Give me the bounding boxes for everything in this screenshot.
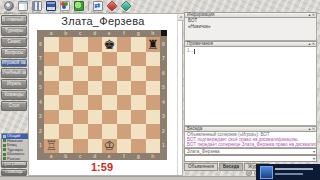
collapse-close-icons[interactable]: ▴ ✕ — [309, 42, 315, 47]
toolbar-button-label: Окно — [18, 11, 27, 14]
coord-label: 2 — [160, 124, 167, 139]
teal-gem-icon — [120, 0, 131, 11]
coord-label: 2 — [37, 124, 44, 139]
square-c1[interactable] — [73, 139, 88, 154]
board-grid[interactable]: ♚♜♖♔ — [44, 37, 160, 153]
coord-label: h — [146, 30, 161, 37]
square-b8[interactable] — [59, 37, 74, 52]
columns-icon — [32, 1, 42, 11]
rank-labels-right: 87654321 — [160, 37, 167, 153]
coord-label: 5 — [160, 81, 167, 96]
room-icon — [3, 139, 6, 142]
square-c7[interactable] — [73, 52, 88, 67]
square-c8[interactable] — [73, 37, 88, 52]
square-b4[interactable] — [59, 95, 74, 110]
knight-icon — [74, 1, 84, 11]
sidebar-footer-Помощь[interactable]: Помощь — [1, 169, 27, 176]
chat-message-input[interactable]: ▾ — [184, 155, 317, 162]
square-e3[interactable] — [102, 110, 117, 125]
coord-label: 3 — [37, 110, 44, 125]
square-h1[interactable] — [146, 139, 161, 154]
square-f6[interactable] — [117, 66, 132, 81]
coord-label: d — [88, 30, 103, 37]
coord-label: 5 — [37, 81, 44, 96]
collapse-close-icons[interactable]: ▴ ✕ — [309, 13, 315, 18]
square-b3[interactable] — [59, 110, 74, 125]
coord-label: e — [102, 30, 117, 37]
coord-label: 3 — [160, 110, 167, 125]
square-g6[interactable] — [131, 66, 146, 81]
overlay-text-line — [275, 168, 313, 170]
collapse-close-icons[interactable]: ▴ ✕ — [309, 127, 315, 132]
square-h2[interactable] — [146, 124, 161, 139]
square-g1[interactable] — [131, 139, 146, 154]
palette-icon — [60, 1, 70, 11]
square-d8[interactable] — [88, 37, 103, 52]
square-h6[interactable] — [146, 66, 161, 81]
status-icon-a[interactable]: a — [246, 170, 252, 176]
coord-label: g — [131, 30, 146, 37]
square-e5[interactable] — [102, 81, 117, 96]
globe-icon — [4, 1, 14, 11]
square-d5[interactable] — [88, 81, 103, 96]
play-panel: Злата_Ферзева abcdefgh abcdefgh 87654321… — [28, 13, 183, 176]
room-icon — [3, 157, 6, 160]
notes-text: 1... — [187, 48, 193, 53]
room-icon — [3, 135, 6, 138]
square-a7[interactable] — [44, 52, 59, 67]
square-h3[interactable] — [146, 110, 161, 125]
square-d2[interactable] — [88, 124, 103, 139]
square-f2[interactable] — [117, 124, 132, 139]
square-a3[interactable] — [44, 110, 59, 125]
toolbar-button[interactable]: Инет — [2, 1, 15, 14]
square-f8[interactable] — [117, 37, 132, 52]
square-h4[interactable] — [146, 95, 161, 110]
square-e2[interactable] — [102, 124, 117, 139]
square-e7[interactable] — [102, 52, 117, 67]
video-endscreen-overlay[interactable] — [256, 164, 320, 180]
square-g4[interactable] — [131, 95, 146, 110]
sidebar-item-Сеанс[interactable]: Сеанс — [1, 37, 27, 47]
square-f7[interactable] — [117, 52, 132, 67]
square-d4[interactable] — [88, 95, 103, 110]
tab-Объявления[interactable]: Объявления — [184, 163, 218, 171]
transfer-icon: ⇄ — [93, 1, 103, 11]
square-d7[interactable] — [88, 52, 103, 67]
square-b2[interactable] — [59, 124, 74, 139]
square-f5[interactable] — [117, 81, 132, 96]
square-f4[interactable] — [117, 95, 132, 110]
sidebar-item-В главный зал[interactable]: В главный зал — [1, 15, 27, 25]
coord-label: f — [117, 153, 132, 160]
coord-label: a — [44, 30, 59, 37]
square-a8[interactable] — [44, 37, 59, 52]
sidebar-item-Играть[interactable]: Играть — [1, 79, 27, 89]
white-rook[interactable]: ♖ — [45, 139, 57, 152]
rank-labels-left: 87654321 — [37, 37, 44, 153]
coord-label: b — [59, 153, 74, 160]
sidebar-item-Игровой зал[interactable]: Игровой зал — [1, 59, 27, 67]
coord-label: 8 — [37, 37, 44, 52]
chevron-down-icon[interactable]: ▾ — [313, 156, 315, 161]
sidebar-item-Турниры[interactable]: Турниры — [1, 26, 27, 36]
file-labels-bottom: abcdefgh — [44, 153, 160, 160]
coord-label: h — [146, 153, 161, 160]
square-f3[interactable] — [117, 110, 132, 125]
monitor-icon — [260, 166, 273, 179]
coord-label: 4 — [37, 95, 44, 110]
sidebar-buttons: В главный залТурнирыСеансВопросыИгровой … — [1, 15, 27, 112]
square-a2[interactable] — [44, 124, 59, 139]
coord-label: f — [117, 30, 132, 37]
square-f1[interactable] — [117, 139, 132, 154]
coord-label: b — [59, 30, 74, 37]
square-d3[interactable] — [88, 110, 103, 125]
square-c5[interactable] — [73, 81, 88, 96]
coord-label: 6 — [160, 66, 167, 81]
white-king[interactable]: ♔ — [103, 139, 115, 152]
square-g3[interactable] — [131, 110, 146, 125]
room-icon — [3, 148, 6, 151]
square-a6[interactable] — [44, 66, 59, 81]
square-d1[interactable] — [88, 139, 103, 154]
sidebar-item-Команды[interactable]: Команды — [1, 90, 27, 100]
black-rook[interactable]: ♜ — [147, 38, 159, 51]
save-icon — [46, 1, 56, 11]
square-b7[interactable] — [59, 52, 74, 67]
coord-label: c — [73, 153, 88, 160]
coord-label: d — [88, 153, 103, 160]
square-g2[interactable] — [131, 124, 146, 139]
square-c6[interactable] — [73, 66, 88, 81]
chat-recipient-input[interactable]: Злата_Ферзева ▾ — [184, 148, 317, 155]
square-h7[interactable] — [146, 52, 161, 67]
toolbar-button-label: Инет — [4, 11, 13, 14]
coord-label: 4 — [160, 95, 167, 110]
coord-label: 1 — [160, 139, 167, 154]
toolbar-separator — [88, 1, 89, 11]
coord-label: 1 — [37, 139, 44, 154]
room-list: ОбщийНовичкиБлицТурнирыШахматыРазное — [1, 133, 29, 162]
sidebar-item-Стол[interactable]: Стол — [1, 101, 27, 111]
chess-board[interactable]: abcdefgh abcdefgh 87654321 87654321 ♚♜♖♔ — [37, 30, 167, 160]
info-line-2: «Новичок» — [185, 24, 316, 30]
square-e4[interactable] — [102, 95, 117, 110]
square-g7[interactable] — [131, 52, 146, 67]
square-h8[interactable]: ♜ — [146, 37, 161, 52]
coord-label: 8 — [160, 37, 167, 52]
square-b1[interactable] — [59, 139, 74, 154]
notes-panel-title: Примечания — [187, 41, 213, 46]
coord-label: 7 — [160, 52, 167, 67]
square-g5[interactable] — [131, 81, 146, 96]
chat-message: БОТ передаёт сопернице Злата_Ферзева пра… — [185, 142, 316, 147]
room-icon — [3, 144, 6, 147]
red-gem-icon — [106, 0, 117, 11]
chess-app-window: ИнетОкноБазаЗап.ЦветДвиж.⇄ОбменСтильФон … — [0, 0, 320, 180]
sidebar-footer-Программы[interactable]: Программы — [1, 161, 27, 168]
clock: 1:59 — [37, 161, 167, 173]
coord-label: 6 — [37, 66, 44, 81]
opponent-name: Злата_Ферзева — [33, 15, 173, 27]
panel-divider — [177, 14, 178, 175]
square-e6[interactable] — [102, 66, 117, 81]
file-labels-top: abcdefgh — [44, 30, 160, 37]
tab-Беседа[interactable]: Беседа — [219, 163, 243, 171]
room-icon — [3, 153, 6, 156]
chat-messages: Объявленный соперник («Игрок»): БОТБОТ п… — [184, 132, 317, 148]
square-a1[interactable]: ♖ — [44, 139, 59, 154]
square-b6[interactable] — [59, 66, 74, 81]
square-e8[interactable]: ♚ — [102, 37, 117, 52]
square-a4[interactable] — [44, 95, 59, 110]
square-g8[interactable] — [131, 37, 146, 52]
coord-label: c — [73, 30, 88, 37]
chevron-down-icon[interactable]: ▾ — [313, 149, 315, 154]
square-c4[interactable] — [73, 95, 88, 110]
info-panel-title: Информация — [187, 12, 215, 17]
info-panel-body: БОТ «Новичок» — [184, 18, 317, 41]
square-h5[interactable] — [146, 81, 161, 96]
square-c2[interactable] — [73, 124, 88, 139]
overlay-text-line — [275, 173, 303, 175]
coord-label: a — [44, 153, 59, 160]
notes-panel-body[interactable]: 1... — [184, 47, 317, 126]
coord-label: g — [131, 153, 146, 160]
square-d6[interactable] — [88, 66, 103, 81]
black-king[interactable]: ♚ — [103, 38, 115, 51]
turn-indicator — [161, 30, 167, 36]
coord-label: 7 — [37, 52, 44, 67]
square-e1[interactable]: ♔ — [102, 139, 117, 154]
sidebar-item-Вопросы[interactable]: Вопросы — [1, 48, 27, 58]
square-a5[interactable] — [44, 81, 59, 96]
chat-recipient-value: Злата_Ферзева — [187, 149, 220, 154]
square-b5[interactable] — [59, 81, 74, 96]
text-caret — [194, 49, 195, 54]
coord-label: e — [102, 153, 117, 160]
sidebar-item-Учебный зал[interactable]: Учебный зал — [1, 68, 27, 78]
chat-panel-title: Беседа — [187, 126, 202, 131]
square-c3[interactable] — [73, 110, 88, 125]
window-icon — [18, 1, 28, 11]
